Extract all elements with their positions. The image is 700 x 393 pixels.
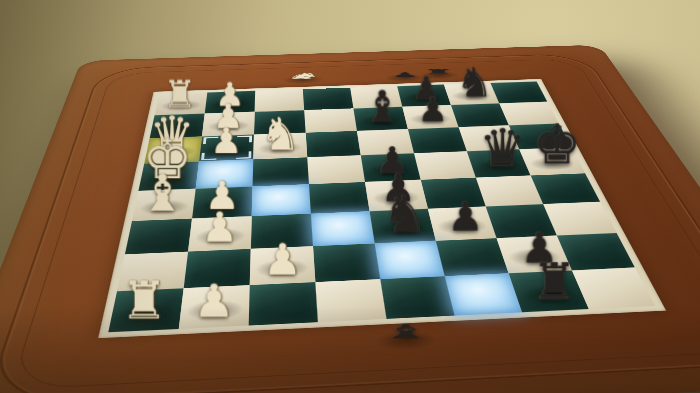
square-b4[interactable]	[313, 243, 380, 282]
black-knight-c5[interactable]: ♞	[382, 188, 428, 239]
square-a3[interactable]	[249, 282, 318, 325]
black-pawn-c6[interactable]: ♟	[448, 197, 484, 237]
square-e7[interactable]: ♛	[467, 149, 531, 177]
square-g5[interactable]: ♝	[353, 107, 408, 131]
black-bishop-g5[interactable]: ♝	[363, 85, 402, 129]
square-h8[interactable]	[490, 82, 547, 104]
square-b5[interactable]	[375, 241, 445, 279]
white-rook-a1[interactable]: ♜	[121, 275, 168, 327]
square-a2[interactable]: ♟	[179, 285, 250, 329]
square-a5[interactable]	[380, 276, 454, 319]
white-pawn-b3[interactable]: ♟	[263, 238, 302, 281]
black-queen-e7[interactable]: ♛	[479, 122, 526, 174]
chess-titans-screenshot: { "game": "chess", "app": "Chess Titans …	[0, 0, 700, 393]
black-king-e8[interactable]: ♚	[533, 118, 582, 172]
square-c2[interactable]: ♟	[188, 216, 252, 251]
square-c5[interactable]: ♞	[370, 209, 436, 244]
chessboard-grid[interactable]: ♜♟♟♞♟♝♟♛♟♞♚♟♛♚♝♟♟♟♞♟♟♟♜♟♜	[108, 82, 655, 333]
rim-black-rook: ♜	[422, 68, 454, 75]
wooden-table-board: ♜♟♟♞♟♝♟♛♟♞♚♟♛♚♝♟♟♟♞♟♟♟♜♟♜ ♞♟♜♝	[0, 45, 700, 393]
square-a7[interactable]: ♜	[509, 270, 589, 312]
square-h4[interactable]	[303, 88, 354, 110]
black-knight-h7[interactable]: ♞	[456, 62, 493, 103]
square-b6[interactable]	[436, 238, 509, 276]
square-f2[interactable]: ♟	[199, 135, 254, 162]
square-c6[interactable]: ♟	[428, 206, 497, 240]
scene: ♜♟♟♞♟♝♟♛♟♞♚♟♛♚♝♟♟♟♞♟♟♟♜♟♜ ♞♟♜♝	[0, 0, 700, 393]
white-knight-f3[interactable]: ♞	[260, 111, 300, 156]
square-b3[interactable]: ♟	[250, 246, 316, 285]
square-h7[interactable]: ♞	[444, 83, 499, 105]
white-bishop-d1[interactable]: ♝	[140, 167, 186, 218]
rim-black-pawn: ♟	[391, 72, 419, 78]
square-g6[interactable]: ♟	[402, 105, 458, 129]
white-pawn-f2[interactable]: ♟	[210, 123, 242, 159]
square-a4[interactable]	[315, 279, 386, 322]
black-rook-a7[interactable]: ♜	[532, 257, 577, 308]
white-pawn-a2[interactable]: ♟	[194, 278, 235, 324]
white-pawn-c2[interactable]: ♟	[201, 207, 238, 248]
square-d7[interactable]	[476, 175, 543, 206]
square-c4[interactable]	[311, 211, 375, 246]
square-f3[interactable]: ♞	[253, 133, 307, 160]
black-pawn-g6[interactable]: ♟	[418, 93, 448, 127]
square-a1[interactable]: ♜	[108, 288, 183, 332]
square-c1[interactable]	[125, 219, 192, 255]
rim-white-knight: ♞	[286, 72, 322, 80]
